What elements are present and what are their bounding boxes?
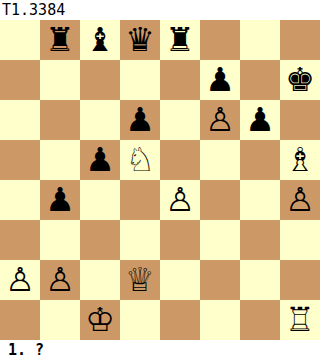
square-e4[interactable]: ♙	[160, 180, 200, 220]
square-d4[interactable]	[120, 180, 160, 220]
square-f8[interactable]	[200, 20, 240, 60]
piece-white-pawn-h4: ♙	[285, 180, 315, 220]
square-c2[interactable]	[80, 260, 120, 300]
square-f3[interactable]	[200, 220, 240, 260]
square-a6[interactable]	[0, 100, 40, 140]
square-g1[interactable]	[240, 300, 280, 340]
square-d3[interactable]	[120, 220, 160, 260]
piece-black-rook-b8: ♜	[45, 20, 75, 60]
square-d2[interactable]: ♕	[120, 260, 160, 300]
piece-white-pawn-a2: ♙	[5, 260, 35, 300]
square-a2[interactable]: ♙	[0, 260, 40, 300]
square-b4[interactable]: ♟	[40, 180, 80, 220]
move-prompt: 1. ?	[0, 340, 320, 360]
square-e1[interactable]	[160, 300, 200, 340]
square-g3[interactable]	[240, 220, 280, 260]
piece-white-king-c1: ♔	[85, 300, 115, 340]
square-f7[interactable]: ♟	[200, 60, 240, 100]
square-h5[interactable]: ♗	[280, 140, 320, 180]
piece-white-pawn-e4: ♙	[165, 180, 195, 220]
piece-black-pawn-d6: ♟	[125, 100, 155, 140]
square-c8[interactable]: ♝	[80, 20, 120, 60]
square-d7[interactable]	[120, 60, 160, 100]
piece-white-queen-d2: ♕	[125, 260, 155, 300]
square-b1[interactable]	[40, 300, 80, 340]
chess-board: ♜♝♛♜♟♚♟♙♟♟♘♗♟♙♙♙♙♕♔♖	[0, 20, 320, 340]
square-f2[interactable]	[200, 260, 240, 300]
square-g2[interactable]	[240, 260, 280, 300]
piece-black-bishop-c8: ♝	[85, 20, 115, 60]
piece-black-rook-e8: ♜	[165, 20, 195, 60]
square-c4[interactable]	[80, 180, 120, 220]
square-f4[interactable]	[200, 180, 240, 220]
square-b3[interactable]	[40, 220, 80, 260]
square-h4[interactable]: ♙	[280, 180, 320, 220]
square-c3[interactable]	[80, 220, 120, 260]
square-h8[interactable]	[280, 20, 320, 60]
piece-white-pawn-b2: ♙	[45, 260, 75, 300]
piece-white-knight-d5: ♘	[125, 140, 155, 180]
square-h1[interactable]: ♖	[280, 300, 320, 340]
square-g7[interactable]	[240, 60, 280, 100]
square-e3[interactable]	[160, 220, 200, 260]
piece-white-rook-h1: ♖	[285, 300, 315, 340]
square-d5[interactable]: ♘	[120, 140, 160, 180]
square-a3[interactable]	[0, 220, 40, 260]
piece-white-bishop-h5: ♗	[285, 140, 315, 180]
square-e7[interactable]	[160, 60, 200, 100]
square-b6[interactable]	[40, 100, 80, 140]
square-f6[interactable]: ♙	[200, 100, 240, 140]
square-d1[interactable]	[120, 300, 160, 340]
square-c5[interactable]: ♟	[80, 140, 120, 180]
piece-black-king-h7: ♚	[285, 60, 315, 100]
square-b5[interactable]	[40, 140, 80, 180]
square-c6[interactable]	[80, 100, 120, 140]
puzzle-title: T1.3384	[0, 0, 320, 20]
square-h2[interactable]	[280, 260, 320, 300]
square-h7[interactable]: ♚	[280, 60, 320, 100]
square-f1[interactable]	[200, 300, 240, 340]
square-a4[interactable]	[0, 180, 40, 220]
square-a1[interactable]	[0, 300, 40, 340]
piece-black-pawn-b4: ♟	[45, 180, 75, 220]
square-g5[interactable]	[240, 140, 280, 180]
piece-black-queen-d8: ♛	[125, 20, 155, 60]
square-a7[interactable]	[0, 60, 40, 100]
piece-black-pawn-g6: ♟	[245, 100, 275, 140]
piece-black-pawn-f7: ♟	[205, 60, 235, 100]
square-b2[interactable]: ♙	[40, 260, 80, 300]
square-e6[interactable]	[160, 100, 200, 140]
square-c1[interactable]: ♔	[80, 300, 120, 340]
square-h6[interactable]	[280, 100, 320, 140]
square-a8[interactable]	[0, 20, 40, 60]
square-e2[interactable]	[160, 260, 200, 300]
piece-white-pawn-f6: ♙	[205, 100, 235, 140]
square-e8[interactable]: ♜	[160, 20, 200, 60]
square-d8[interactable]: ♛	[120, 20, 160, 60]
square-f5[interactable]	[200, 140, 240, 180]
square-h3[interactable]	[280, 220, 320, 260]
square-a5[interactable]	[0, 140, 40, 180]
square-e5[interactable]	[160, 140, 200, 180]
piece-black-pawn-c5: ♟	[85, 140, 115, 180]
square-g6[interactable]: ♟	[240, 100, 280, 140]
square-b7[interactable]	[40, 60, 80, 100]
chess-puzzle-app: T1.3384 ♜♝♛♜♟♚♟♙♟♟♘♗♟♙♙♙♙♕♔♖ 1. ?	[0, 0, 320, 360]
square-g8[interactable]	[240, 20, 280, 60]
square-g4[interactable]	[240, 180, 280, 220]
square-c7[interactable]	[80, 60, 120, 100]
square-b8[interactable]: ♜	[40, 20, 80, 60]
square-d6[interactable]: ♟	[120, 100, 160, 140]
